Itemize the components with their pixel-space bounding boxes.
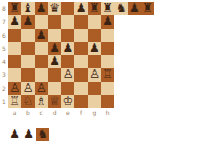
rank-label-7: 7 (0, 15, 8, 28)
square-a5[interactable] (8, 42, 21, 55)
white-knight-piece[interactable]: ♘ (23, 95, 34, 108)
offboard-black-rook-sprite[interactable]: ♜ (141, 2, 154, 15)
square-b7[interactable]: ♟ (21, 15, 34, 28)
rank-label-3: 3 (0, 68, 8, 81)
black-pawn-piece[interactable]: ♟ (9, 15, 20, 28)
white-rook-piece[interactable]: ♖ (9, 95, 20, 108)
square-c2[interactable]: ♙ (35, 82, 48, 95)
square-f5[interactable] (74, 42, 87, 55)
black-pawn-piece[interactable]: ♟ (76, 2, 87, 15)
black-bishop-piece[interactable]: ♝ (23, 2, 34, 15)
black-pawn-piece[interactable]: ♟ (36, 2, 47, 15)
square-e5[interactable]: ♟ (61, 42, 74, 55)
white-pawn-piece[interactable]: ♙ (23, 82, 34, 95)
square-e7[interactable] (61, 15, 74, 28)
square-d5[interactable]: ♟ (48, 42, 61, 55)
black-pawn-piece[interactable]: ♟ (89, 42, 100, 55)
file-label-b: b (21, 108, 34, 117)
offboard-black-pawn-sprite[interactable]: ♟ (128, 2, 141, 15)
square-h2[interactable] (101, 82, 114, 95)
file-label-g: g (88, 108, 101, 117)
rank-label-1: 1 (0, 95, 8, 108)
chess-app-window: 87654321 ♜♝♟♛♟♜♜♟♟♟♟♟♟♟♟♙♙♖♙♙♙♖♘♗♕♔ abcd… (0, 0, 200, 150)
square-e2[interactable] (61, 82, 74, 95)
captured-black-pawn-sprite[interactable]: ♟ (8, 128, 21, 141)
square-g4[interactable] (88, 55, 101, 68)
square-c8[interactable]: ♟ (35, 2, 48, 15)
square-d7[interactable] (48, 15, 61, 28)
rank-label-8: 8 (0, 2, 8, 15)
square-a1[interactable]: ♖ (8, 95, 21, 108)
square-g2[interactable] (88, 82, 101, 95)
file-label-h: h (101, 108, 114, 117)
square-g1[interactable] (88, 95, 101, 108)
rank-label-4: 4 (0, 55, 8, 68)
captured-black-knight-sprite[interactable]: ♞ (36, 128, 49, 141)
square-h6[interactable] (101, 29, 114, 42)
black-pawn-piece[interactable]: ♟ (129, 2, 140, 15)
square-a2[interactable]: ♙ (8, 82, 21, 95)
square-f7[interactable] (74, 15, 87, 28)
square-g5[interactable]: ♟ (88, 42, 101, 55)
square-h5[interactable] (101, 42, 114, 55)
black-rook-piece[interactable]: ♜ (9, 2, 20, 15)
black-knight-piece[interactable]: ♞ (116, 2, 127, 15)
square-e3[interactable]: ♙ (61, 68, 74, 81)
black-rook-piece[interactable]: ♜ (89, 2, 100, 15)
square-f8[interactable]: ♟ (74, 2, 87, 15)
white-pawn-piece[interactable]: ♙ (89, 68, 100, 81)
offboard-black-knight-sprite[interactable]: ♞ (114, 2, 127, 15)
square-c3[interactable] (35, 68, 48, 81)
square-g6[interactable] (88, 29, 101, 42)
square-e4[interactable] (61, 55, 74, 68)
square-g3[interactable]: ♙ (88, 68, 101, 81)
square-b3[interactable] (21, 68, 34, 81)
black-knight-piece[interactable]: ♞ (37, 128, 48, 141)
square-h7[interactable]: ♟ (101, 15, 114, 28)
file-label-c: c (35, 108, 48, 117)
square-g8[interactable]: ♜ (88, 2, 101, 15)
white-queen-piece[interactable]: ♕ (49, 95, 60, 108)
file-label-d: d (48, 108, 61, 117)
square-h1[interactable] (101, 95, 114, 108)
square-c5[interactable] (35, 42, 48, 55)
square-b1[interactable]: ♘ (21, 95, 34, 108)
black-rook-piece[interactable]: ♜ (142, 2, 153, 15)
black-pawn-piece[interactable]: ♟ (62, 42, 73, 55)
square-b8[interactable]: ♝ (21, 2, 34, 15)
square-f6[interactable] (74, 29, 87, 42)
black-pawn-piece[interactable]: ♟ (102, 15, 113, 28)
file-label-e: e (61, 108, 74, 117)
black-pawn-piece[interactable]: ♟ (49, 55, 60, 68)
square-a7[interactable]: ♟ (8, 15, 21, 28)
square-d8[interactable]: ♛ (48, 2, 61, 15)
square-f2[interactable] (74, 82, 87, 95)
square-a4[interactable] (8, 55, 21, 68)
square-c4[interactable] (35, 55, 48, 68)
square-b6[interactable] (21, 29, 34, 42)
black-pawn-piece[interactable]: ♟ (23, 128, 34, 141)
white-pawn-piece[interactable]: ♙ (36, 82, 47, 95)
white-bishop-piece[interactable]: ♗ (36, 95, 47, 108)
file-label-f: f (74, 108, 87, 117)
chess-board[interactable]: ♜♝♟♛♟♜♜♟♟♟♟♟♟♟♟♙♙♖♙♙♙♖♘♗♕♔ (8, 2, 114, 108)
square-d4[interactable]: ♟ (48, 55, 61, 68)
file-label-a: a (8, 108, 21, 117)
square-d1[interactable]: ♕ (48, 95, 61, 108)
square-c6[interactable]: ♟ (35, 29, 48, 42)
rank-label-5: 5 (0, 42, 8, 55)
rank-label-2: 2 (0, 82, 8, 95)
black-pawn-piece[interactable]: ♟ (23, 15, 34, 28)
file-labels: abcdefgh (8, 108, 114, 117)
square-e1[interactable]: ♔ (61, 95, 74, 108)
square-f1[interactable] (74, 95, 87, 108)
square-d3[interactable] (48, 68, 61, 81)
square-h4[interactable] (101, 55, 114, 68)
square-a3[interactable] (8, 68, 21, 81)
square-b4[interactable] (21, 55, 34, 68)
square-e6[interactable] (61, 29, 74, 42)
square-g7[interactable] (88, 15, 101, 28)
square-e8[interactable] (61, 2, 74, 15)
black-pawn-piece[interactable]: ♟ (9, 128, 20, 141)
square-a8[interactable]: ♜ (8, 2, 21, 15)
square-b5[interactable] (21, 42, 34, 55)
rank-labels: 87654321 (0, 2, 8, 108)
black-rook-piece[interactable]: ♜ (102, 2, 113, 15)
black-pawn-piece[interactable]: ♟ (49, 42, 60, 55)
square-a6[interactable] (8, 29, 21, 42)
white-rook-piece[interactable]: ♖ (102, 68, 113, 81)
rank-label-6: 6 (0, 29, 8, 42)
square-d6[interactable] (48, 29, 61, 42)
captured-black-pawn-sprite[interactable]: ♟ (22, 128, 35, 141)
square-f3[interactable] (74, 68, 87, 81)
square-b2[interactable]: ♙ (21, 82, 34, 95)
black-pawn-piece[interactable]: ♟ (36, 29, 47, 42)
black-queen-piece[interactable]: ♛ (49, 2, 60, 15)
white-king-piece[interactable]: ♔ (62, 95, 73, 108)
square-d2[interactable] (48, 82, 61, 95)
square-c1[interactable]: ♗ (35, 95, 48, 108)
square-c7[interactable] (35, 15, 48, 28)
white-pawn-piece[interactable]: ♙ (62, 68, 73, 81)
square-h8[interactable]: ♜ (101, 2, 114, 15)
square-f4[interactable] (74, 55, 87, 68)
square-h3[interactable]: ♖ (101, 68, 114, 81)
white-pawn-piece[interactable]: ♙ (9, 82, 20, 95)
